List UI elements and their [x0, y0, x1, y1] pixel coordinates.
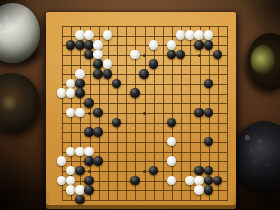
- hoshi-point: [88, 170, 91, 173]
- go-game-photo: [0, 0, 280, 210]
- hoshi-point: [143, 112, 146, 115]
- hoshi-point: [143, 170, 146, 173]
- black-stone[interactable]: [204, 176, 213, 185]
- white-stone[interactable]: [84, 30, 93, 39]
- hoshi-point: [88, 112, 91, 115]
- black-stone[interactable]: [84, 40, 93, 49]
- black-stone[interactable]: [84, 176, 93, 185]
- black-stone[interactable]: [167, 118, 176, 127]
- white-stone[interactable]: [66, 185, 75, 194]
- black-stone[interactable]: [93, 108, 102, 117]
- white-stone[interactable]: [167, 137, 176, 146]
- black-stone[interactable]: [93, 127, 102, 136]
- white-stone[interactable]: [93, 40, 102, 49]
- white-stone[interactable]: [66, 166, 75, 175]
- white-stone[interactable]: [57, 156, 66, 165]
- black-stone[interactable]: [103, 69, 112, 78]
- white-stone[interactable]: [194, 176, 203, 185]
- black-stone[interactable]: [84, 98, 93, 107]
- black-stone[interactable]: [167, 50, 176, 59]
- white-stone[interactable]: [103, 59, 112, 68]
- black-stone[interactable]: [130, 88, 139, 97]
- right-lid-icon: [247, 33, 280, 91]
- black-stone[interactable]: [75, 40, 84, 49]
- black-stone[interactable]: [75, 166, 84, 175]
- black-stone[interactable]: [194, 108, 203, 117]
- white-stone[interactable]: [75, 147, 84, 156]
- black-stone[interactable]: [204, 185, 213, 194]
- black-stone[interactable]: [130, 176, 139, 185]
- black-stone[interactable]: [66, 40, 75, 49]
- black-stone[interactable]: [112, 79, 121, 88]
- white-stone[interactable]: [66, 108, 75, 117]
- black-stone[interactable]: [75, 88, 84, 97]
- white-stone[interactable]: [149, 40, 158, 49]
- black-stone[interactable]: [194, 40, 203, 49]
- white-stone[interactable]: [167, 176, 176, 185]
- black-stone[interactable]: [213, 176, 222, 185]
- black-stone[interactable]: [204, 40, 213, 49]
- black-stone-bowl: [233, 121, 280, 191]
- black-stone[interactable]: [139, 69, 148, 78]
- black-stone[interactable]: [194, 166, 203, 175]
- white-stone[interactable]: [57, 88, 66, 97]
- white-stone[interactable]: [167, 40, 176, 49]
- white-stone[interactable]: [75, 69, 84, 78]
- white-stone[interactable]: [66, 79, 75, 88]
- white-stone[interactable]: [185, 30, 194, 39]
- white-stone[interactable]: [167, 156, 176, 165]
- black-stone[interactable]: [84, 127, 93, 136]
- white-stone[interactable]: [66, 88, 75, 97]
- white-stone[interactable]: [204, 30, 213, 39]
- white-stone[interactable]: [103, 30, 112, 39]
- black-stone[interactable]: [204, 108, 213, 117]
- white-stone[interactable]: [194, 185, 203, 194]
- white-stone[interactable]: [130, 50, 139, 59]
- black-stone[interactable]: [112, 118, 121, 127]
- black-stone[interactable]: [84, 50, 93, 59]
- white-stone[interactable]: [84, 147, 93, 156]
- black-stone[interactable]: [204, 137, 213, 146]
- black-stone[interactable]: [93, 59, 102, 68]
- go-board[interactable]: [46, 12, 236, 205]
- white-stone[interactable]: [75, 30, 84, 39]
- black-stone[interactable]: [84, 185, 93, 194]
- white-stone[interactable]: [66, 147, 75, 156]
- black-stone[interactable]: [213, 50, 222, 59]
- white-stone[interactable]: [75, 108, 84, 117]
- black-stone[interactable]: [149, 59, 158, 68]
- white-stone[interactable]: [176, 30, 185, 39]
- black-stone[interactable]: [84, 156, 93, 165]
- black-stone[interactable]: [176, 50, 185, 59]
- white-stone[interactable]: [185, 176, 194, 185]
- hoshi-point: [198, 54, 201, 57]
- black-stone[interactable]: [204, 166, 213, 175]
- white-stone[interactable]: [194, 30, 203, 39]
- black-stone[interactable]: [93, 156, 102, 165]
- white-stone[interactable]: [93, 50, 102, 59]
- black-stone[interactable]: [204, 79, 213, 88]
- black-stone[interactable]: [93, 69, 102, 78]
- hoshi-point: [143, 54, 146, 57]
- white-stone[interactable]: [57, 176, 66, 185]
- black-stone[interactable]: [75, 79, 84, 88]
- white-stone[interactable]: [75, 185, 84, 194]
- black-stone[interactable]: [75, 195, 84, 204]
- board-grid[interactable]: [62, 26, 228, 201]
- black-bowl-lid-icon: [0, 73, 40, 133]
- black-stone[interactable]: [149, 166, 158, 175]
- white-stone[interactable]: [66, 176, 75, 185]
